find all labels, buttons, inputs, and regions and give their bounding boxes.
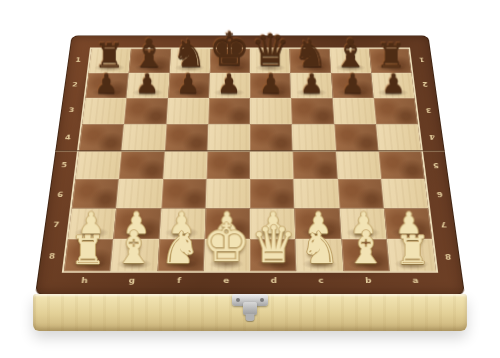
file-label: g: [107, 273, 156, 295]
piece-dark-bishop: ♝: [333, 33, 368, 72]
square-d1: ♛: [250, 49, 290, 73]
square-e3: [208, 98, 250, 124]
square-c1: ♞: [290, 49, 331, 73]
square-h8: ♜: [64, 239, 113, 271]
latch-hook-icon: [246, 314, 255, 321]
square-e7: ♟: [204, 209, 250, 240]
square-f7: ♟: [159, 209, 205, 240]
piece-dark-pawn: ♟: [94, 70, 118, 97]
square-c4: [292, 124, 336, 151]
square-a6: [381, 179, 428, 208]
square-b2: ♟: [331, 73, 374, 98]
piece-dark-bishop: ♝: [132, 33, 167, 72]
square-c3: [291, 98, 334, 124]
piece-light-pawn: ♟: [305, 209, 332, 239]
file-label: f: [155, 273, 203, 295]
square-g3: [124, 98, 168, 124]
piece-dark-queen: ♛: [250, 28, 290, 72]
square-c7: ♟: [295, 209, 341, 240]
piece-dark-pawn: ♟: [382, 70, 406, 97]
piece-light-king: ♚: [203, 217, 251, 270]
file-label: a: [391, 273, 441, 295]
square-f2: ♟: [168, 73, 210, 98]
piece-light-pawn: ♟: [123, 209, 150, 239]
square-e1: ♚: [210, 49, 250, 73]
square-b6: [337, 179, 383, 208]
piece-dark-pawn: ♟: [135, 70, 159, 97]
square-g6: [116, 179, 162, 208]
piece-dark-knight: ♞: [293, 34, 327, 72]
rank-label: 2: [63, 72, 87, 97]
rank-label: 4: [420, 124, 445, 151]
square-e4: [207, 124, 250, 151]
rank-label: 2: [413, 72, 437, 97]
square-a4: [376, 124, 421, 151]
square-a3: [373, 98, 417, 124]
rank-label: 1: [410, 48, 434, 72]
piece-light-pawn: ♟: [77, 209, 104, 239]
square-b5: [336, 151, 381, 179]
square-g2: ♟: [127, 73, 170, 98]
square-f5: [163, 151, 208, 179]
piece-light-knight: ♞: [160, 226, 200, 270]
rank-label: 8: [434, 240, 462, 272]
square-a1: ♜: [369, 49, 412, 73]
square-f4: [164, 124, 208, 151]
square-f8: ♞: [157, 239, 204, 271]
rank-label: 3: [416, 97, 441, 123]
piece-dark-rook: ♜: [376, 38, 407, 72]
square-c2: ♟: [290, 73, 332, 98]
clasp-latch: [228, 291, 272, 323]
piece-light-pawn: ♟: [168, 209, 195, 239]
square-b1: ♝: [329, 49, 371, 73]
piece-dark-pawn: ♟: [300, 70, 324, 97]
rank-label: 5: [423, 151, 449, 180]
piece-light-pawn: ♟: [214, 209, 241, 239]
square-a8: ♜: [387, 239, 436, 271]
square-b8: ♝: [341, 239, 389, 271]
square-e6: [205, 179, 250, 208]
board-field: ♜♝♞♚♛♞♝♜♟♟♟♟♟♟♟♟♟♟♟♟♟♟♟♟♜♝♞♚♛♞♝♜: [62, 48, 438, 273]
square-a5: [378, 151, 424, 179]
square-d7: ♟: [250, 209, 296, 240]
square-h4: [79, 124, 124, 151]
square-h5: [75, 151, 121, 179]
square-g5: [119, 151, 164, 179]
square-b7: ♟: [339, 209, 386, 240]
square-e8: ♚: [203, 239, 250, 271]
file-label: h: [59, 273, 109, 295]
square-d2: ♟: [250, 73, 291, 98]
piece-dark-knight: ♞: [172, 34, 206, 72]
piece-dark-rook: ♜: [93, 38, 124, 72]
square-h3: [82, 98, 126, 124]
square-a2: ♟: [371, 73, 414, 98]
piece-light-rook: ♜: [70, 231, 105, 270]
square-h6: [72, 179, 119, 208]
square-h2: ♟: [85, 73, 128, 98]
square-b4: [334, 124, 378, 151]
fold-seam: [55, 150, 445, 152]
square-b3: [332, 98, 376, 124]
square-a7: ♟: [384, 209, 432, 240]
square-c6: [294, 179, 339, 208]
piece-light-rook: ♜: [395, 231, 430, 270]
square-g1: ♝: [129, 49, 171, 73]
square-e5: [206, 151, 250, 179]
piece-dark-pawn: ♟: [217, 70, 241, 97]
piece-light-pawn: ♟: [396, 209, 423, 239]
piece-light-knight: ♞: [300, 226, 340, 270]
square-f1: ♞: [169, 49, 210, 73]
piece-light-pawn: ♟: [350, 209, 377, 239]
square-h7: ♟: [68, 209, 116, 240]
square-g4: [122, 124, 166, 151]
piece-dark-pawn: ♟: [176, 70, 200, 97]
piece-dark-pawn: ♟: [341, 70, 365, 97]
square-d6: [250, 179, 295, 208]
square-c5: [293, 151, 338, 179]
chess-board: 12345678 12345678 hgfedcba ♜♝♞♚♛♞♝♜♟♟♟♟♟…: [35, 36, 465, 295]
square-f3: [166, 98, 209, 124]
square-f6: [161, 179, 206, 208]
file-label: c: [297, 273, 345, 295]
square-d8: ♛: [250, 239, 297, 271]
square-d3: [250, 98, 292, 124]
product-photo-scene: 12345678 12345678 hgfedcba ♜♝♞♚♛♞♝♜♟♟♟♟♟…: [0, 0, 500, 358]
piece-dark-king: ♚: [209, 26, 250, 72]
square-e2: ♟: [209, 73, 250, 98]
rank-label: 7: [430, 209, 457, 240]
square-d5: [250, 151, 294, 179]
square-h1: ♜: [89, 49, 132, 73]
square-c8: ♞: [296, 239, 343, 271]
file-label: b: [344, 273, 393, 295]
rank-label: 6: [427, 180, 453, 210]
square-g8: ♝: [110, 239, 158, 271]
piece-light-pawn: ♟: [259, 209, 286, 239]
square-g7: ♟: [113, 209, 160, 240]
square-d4: [250, 124, 293, 151]
piece-dark-pawn: ♟: [258, 70, 282, 97]
